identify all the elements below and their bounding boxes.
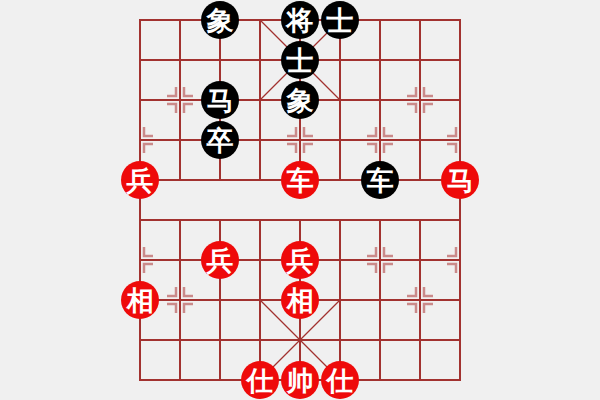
point-marker: [144, 127, 153, 136]
black-elephant[interactable]: 象: [201, 1, 239, 39]
point-marker: [367, 264, 376, 273]
point-marker: [167, 104, 176, 113]
point-marker: [184, 104, 193, 113]
point-marker: [367, 247, 376, 256]
point-marker: [167, 304, 176, 313]
red-soldier[interactable]: 兵: [281, 241, 319, 279]
point-marker: [447, 264, 456, 273]
point-marker: [407, 87, 416, 96]
point-marker: [384, 144, 393, 153]
point-marker: [287, 127, 296, 136]
red-advisor[interactable]: 仕: [321, 361, 359, 399]
point-marker: [144, 144, 153, 153]
black-soldier[interactable]: 卒: [201, 121, 239, 159]
point-marker: [184, 287, 193, 296]
point-marker: [424, 287, 433, 296]
point-marker: [287, 144, 296, 153]
point-marker: [407, 304, 416, 313]
red-general[interactable]: 帅: [281, 361, 319, 399]
point-marker: [424, 87, 433, 96]
point-marker: [304, 127, 313, 136]
point-marker: [384, 264, 393, 273]
xiangqi-app-screen: 象将士士马象卒兵车车马兵兵相相仕帅仕: [0, 0, 600, 400]
black-horse[interactable]: 马: [201, 81, 239, 119]
red-soldier[interactable]: 兵: [201, 241, 239, 279]
point-marker: [447, 144, 456, 153]
red-elephant[interactable]: 相: [121, 281, 159, 319]
point-marker: [407, 287, 416, 296]
black-elephant[interactable]: 象: [281, 81, 319, 119]
red-soldier[interactable]: 兵: [121, 161, 159, 199]
black-chariot[interactable]: 车: [361, 161, 399, 199]
point-marker: [384, 127, 393, 136]
red-chariot[interactable]: 车: [281, 161, 319, 199]
point-marker: [407, 104, 416, 113]
point-marker: [367, 144, 376, 153]
point-marker: [167, 87, 176, 96]
point-marker: [144, 247, 153, 256]
point-marker: [184, 87, 193, 96]
red-advisor[interactable]: 仕: [241, 361, 279, 399]
point-marker: [447, 127, 456, 136]
point-marker: [167, 287, 176, 296]
point-marker: [447, 247, 456, 256]
point-marker: [384, 247, 393, 256]
black-advisor[interactable]: 士: [281, 41, 319, 79]
point-marker: [144, 264, 153, 273]
red-elephant[interactable]: 相: [281, 281, 319, 319]
point-marker: [424, 104, 433, 113]
black-general[interactable]: 将: [281, 1, 319, 39]
point-marker: [304, 144, 313, 153]
black-advisor[interactable]: 士: [321, 1, 359, 39]
red-horse[interactable]: 马: [441, 161, 479, 199]
point-marker: [367, 127, 376, 136]
point-marker: [424, 304, 433, 313]
point-marker: [184, 304, 193, 313]
